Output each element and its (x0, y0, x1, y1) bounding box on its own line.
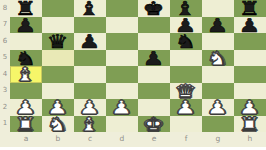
piece-white-knight[interactable]: ♞ (207, 50, 229, 67)
board-frame: 87654321 ♜♝♚♝♜♟♟♟♟♛♟♞♞♟♞♝♛♟♟♟♟♟♟♟♜♞♝♚♜ a… (0, 0, 266, 147)
rank-label-4: 4 (0, 66, 10, 83)
rank-label-3: 3 (0, 83, 10, 100)
square-f6[interactable]: ♞ (170, 33, 202, 50)
chess-board[interactable]: ♜♝♚♝♜♟♟♟♟♛♟♞♞♟♞♝♛♟♟♟♟♟♟♟♜♞♝♚♜ (10, 0, 266, 132)
piece-black-pawn[interactable]: ♟ (239, 17, 261, 34)
rank-label-6: 6 (0, 33, 10, 50)
square-h7[interactable]: ♟ (234, 17, 266, 34)
square-d8[interactable] (106, 0, 138, 17)
square-c6[interactable]: ♟ (74, 33, 106, 50)
square-b4[interactable] (42, 66, 74, 83)
square-b6[interactable]: ♛ (42, 33, 74, 50)
square-e8[interactable]: ♚ (138, 0, 170, 17)
piece-white-pawn[interactable]: ♟ (175, 99, 197, 116)
square-b1[interactable]: ♞ (42, 116, 74, 133)
square-f2[interactable]: ♟ (170, 99, 202, 116)
square-e5[interactable]: ♟ (138, 50, 170, 67)
piece-black-pawn[interactable]: ♟ (15, 17, 37, 34)
rank-label-2: 2 (0, 99, 10, 116)
piece-black-pawn[interactable]: ♟ (207, 17, 229, 34)
piece-black-pawn[interactable]: ♟ (143, 50, 165, 67)
piece-white-knight[interactable]: ♞ (47, 116, 69, 133)
square-c1[interactable]: ♝ (74, 116, 106, 133)
piece-white-rook[interactable]: ♜ (15, 116, 37, 133)
rank-label-1: 1 (0, 116, 10, 133)
square-e3[interactable] (138, 83, 170, 100)
file-label-g: g (202, 132, 234, 147)
square-e1[interactable]: ♚ (138, 116, 170, 133)
rank-label-5: 5 (0, 50, 10, 67)
chess-app: 87654321 ♜♝♚♝♜♟♟♟♟♛♟♞♞♟♞♝♛♟♟♟♟♟♟♟♜♞♝♚♜ a… (0, 0, 266, 150)
rank-label-8: 8 (0, 0, 10, 17)
square-a7[interactable]: ♟ (10, 17, 42, 34)
piece-black-knight[interactable]: ♞ (175, 33, 197, 50)
rank-labels: 87654321 (0, 0, 10, 132)
square-d7[interactable] (106, 17, 138, 34)
square-c4[interactable] (74, 66, 106, 83)
square-d5[interactable] (106, 50, 138, 67)
piece-black-pawn[interactable]: ♟ (79, 33, 101, 50)
piece-black-king[interactable]: ♚ (143, 0, 165, 17)
piece-white-pawn[interactable]: ♟ (207, 99, 229, 116)
square-c8[interactable]: ♝ (74, 0, 106, 17)
rank-label-7: 7 (0, 17, 10, 34)
piece-white-bishop[interactable]: ♝ (15, 66, 37, 83)
square-g2[interactable]: ♟ (202, 99, 234, 116)
square-d4[interactable] (106, 66, 138, 83)
file-label-d: d (106, 132, 138, 147)
square-a4[interactable]: ♝ (10, 66, 42, 83)
piece-black-bishop[interactable]: ♝ (79, 0, 101, 17)
square-d6[interactable] (106, 33, 138, 50)
piece-white-king[interactable]: ♚ (143, 116, 165, 133)
square-h1[interactable]: ♜ (234, 116, 266, 133)
piece-black-queen[interactable]: ♛ (47, 33, 69, 50)
piece-white-bishop[interactable]: ♝ (79, 116, 101, 133)
file-label-f: f (170, 132, 202, 147)
square-h4[interactable] (234, 66, 266, 83)
square-g5[interactable]: ♞ (202, 50, 234, 67)
piece-white-rook[interactable]: ♜ (239, 116, 261, 133)
square-a1[interactable]: ♜ (10, 116, 42, 133)
square-b8[interactable] (42, 0, 74, 17)
square-d2[interactable]: ♟ (106, 99, 138, 116)
square-g7[interactable]: ♟ (202, 17, 234, 34)
piece-white-pawn[interactable]: ♟ (111, 99, 133, 116)
square-h5[interactable] (234, 50, 266, 67)
